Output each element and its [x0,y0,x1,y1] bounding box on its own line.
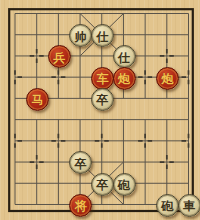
piece-red-horse[interactable]: 马 [26,88,49,111]
piece-glyph: 帅 [75,30,87,42]
piece-ivory-soldier[interactable]: 卒 [91,173,114,196]
piece-ivory-soldier[interactable]: 卒 [91,88,114,111]
piece-red-cannon[interactable]: 炮 [156,67,179,90]
piece-ivory-soldier[interactable]: 卒 [69,151,92,174]
piece-glyph: 卒 [96,179,108,191]
piece-glyph: 砲 [161,200,173,212]
piece-glyph: 車 [183,200,195,212]
piece-ivory-cannon[interactable]: 砲 [113,173,136,196]
piece-glyph: 砲 [118,179,130,191]
piece-glyph: 卒 [96,94,108,106]
piece-red-chariot[interactable]: 车 [91,67,114,90]
piece-red-general[interactable]: 将 [69,194,92,217]
piece-glyph: 马 [31,94,43,106]
piece-ivory-advisor[interactable]: 仕 [113,45,136,68]
piece-glyph: 仕 [118,51,130,63]
piece-glyph: 兵 [53,51,65,63]
piece-ivory-cannon[interactable]: 砲 [156,194,179,217]
piece-red-soldier[interactable]: 兵 [48,45,71,68]
piece-ivory-chariot[interactable]: 車 [178,194,200,217]
piece-glyph: 车 [96,73,108,85]
piece-ivory-general[interactable]: 帅 [69,24,92,47]
piece-glyph: 将 [75,200,87,212]
piece-glyph: 炮 [118,73,130,85]
piece-red-cannon[interactable]: 炮 [113,67,136,90]
piece-glyph: 卒 [75,157,87,169]
xiangqi-board: 帅仕兵仕车炮炮马卒卒卒砲将砲車 [0,0,200,220]
piece-ivory-advisor[interactable]: 仕 [91,24,114,47]
pieces-layer: 帅仕兵仕车炮炮马卒卒卒砲将砲車 [4,3,199,215]
piece-glyph: 炮 [161,73,173,85]
piece-glyph: 仕 [96,30,108,42]
